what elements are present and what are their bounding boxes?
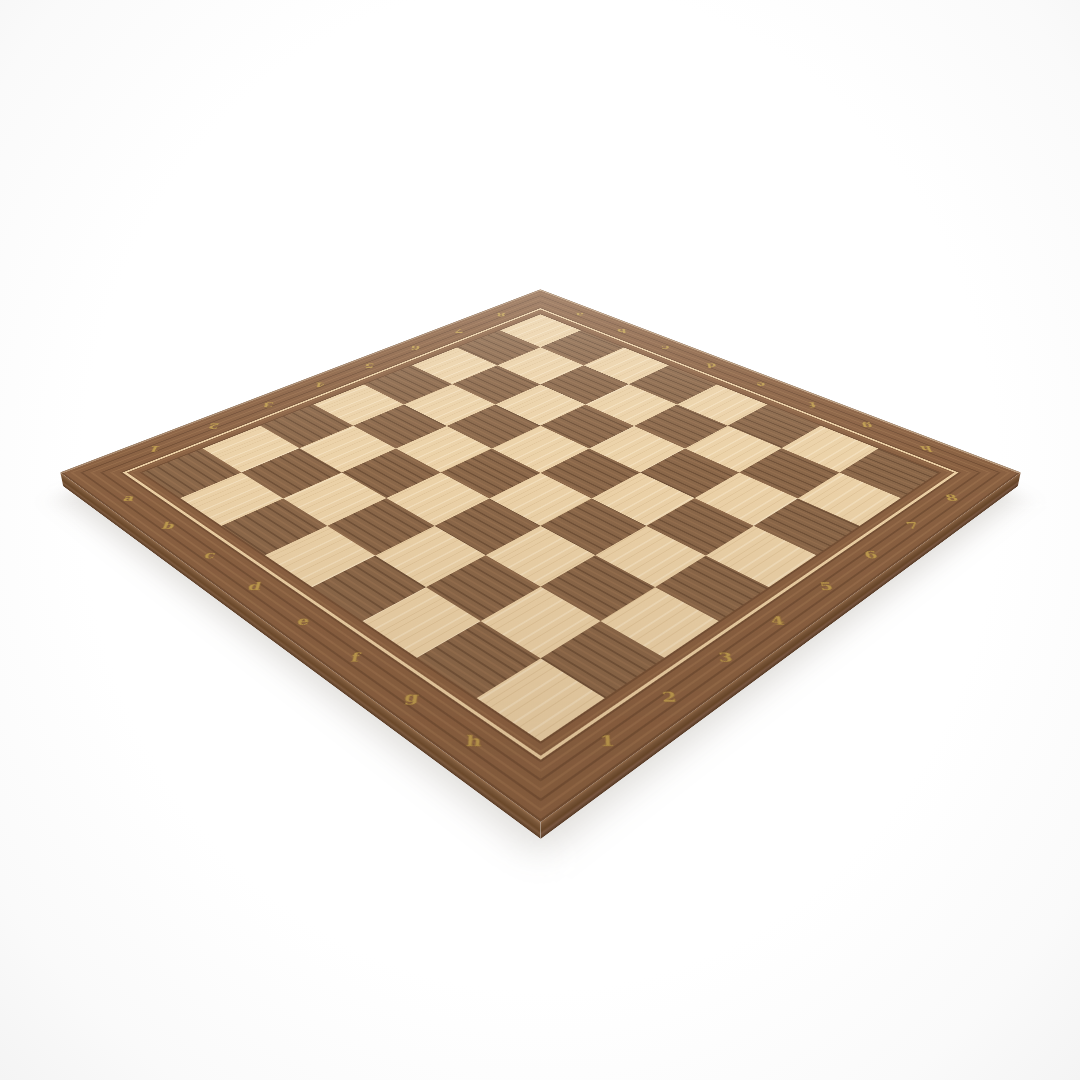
rank-label-near-1: 1 (599, 733, 615, 748)
rank-label-near-6: 6 (863, 550, 879, 560)
square-e1 (311, 555, 425, 621)
square-g5 (646, 498, 752, 555)
square-h6 (753, 498, 859, 555)
product-photo-scene: aabbccddeeffgghh1122334455667788 (0, 0, 1080, 1080)
square-g4 (595, 525, 705, 586)
file-label-far-b: b (616, 327, 626, 332)
file-label-near-b: b (160, 521, 176, 530)
file-label-near-c: c (202, 550, 217, 560)
square-e4 (489, 472, 592, 525)
rank-label-near-7: 7 (904, 521, 920, 530)
square-d3 (386, 472, 489, 525)
square-g6 (694, 472, 797, 525)
square-h1 (476, 657, 605, 740)
rank-label-far-4: 4 (314, 381, 326, 387)
square-h7 (797, 472, 900, 525)
square-h2 (540, 620, 664, 697)
rank-label-near-5: 5 (818, 581, 834, 592)
square-h3 (599, 586, 718, 657)
square-f5 (591, 472, 694, 525)
rank-label-near-4: 4 (769, 615, 785, 626)
file-label-near-a: a (121, 493, 136, 502)
square-f2 (426, 555, 540, 621)
board-field (142, 314, 938, 741)
square-f1 (362, 586, 481, 657)
square-d1 (264, 525, 374, 586)
board-face: aabbccddeeffgghh1122334455667788 (60, 289, 1020, 821)
rank-label-near-3: 3 (717, 651, 733, 663)
file-label-far-c: c (660, 344, 669, 350)
rank-label-far-3: 3 (262, 401, 275, 408)
file-label-far-a: a (575, 311, 584, 316)
rank-label-far-8: 8 (496, 311, 505, 316)
square-f4 (540, 498, 646, 555)
border-strip-near-right (483, 452, 1021, 821)
square-b1 (180, 472, 283, 525)
rank-label-far-6: 6 (410, 344, 420, 350)
file-label-near-e: e (295, 615, 310, 626)
chess-board: aabbccddeeffgghh1122334455667788 (60, 289, 1020, 821)
border-strip-near-left (60, 452, 598, 821)
square-e2 (375, 525, 485, 586)
square-e3 (434, 498, 540, 555)
file-label-near-g: g (403, 691, 419, 704)
file-label-far-e: e (755, 381, 766, 387)
file-label-near-d: d (246, 581, 262, 592)
rank-label-near-2: 2 (661, 691, 677, 704)
square-g1 (416, 620, 540, 697)
square-h5 (705, 525, 815, 586)
square-h4 (654, 555, 768, 621)
square-f3 (485, 525, 595, 586)
square-c2 (283, 472, 386, 525)
file-label-near-h: h (465, 733, 482, 748)
square-g3 (540, 555, 654, 621)
file-label-near-f: f (349, 651, 360, 663)
rank-label-far-7: 7 (454, 327, 464, 332)
square-d2 (327, 498, 433, 555)
file-label-far-d: d (706, 362, 717, 368)
square-c1 (221, 498, 327, 555)
rank-label-near-8: 8 (943, 493, 959, 502)
rank-label-far-5: 5 (363, 362, 374, 368)
square-g2 (481, 586, 600, 657)
